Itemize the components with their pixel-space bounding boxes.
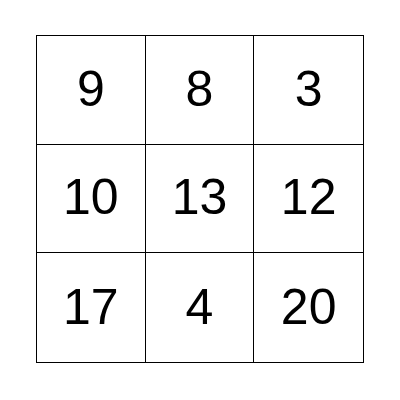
grid-cell-r2c0[interactable]: 17 [37, 253, 146, 362]
cell-number: 13 [172, 172, 228, 222]
grid-cell-r0c1[interactable]: 8 [146, 36, 255, 145]
grid-cell-r2c2[interactable]: 20 [254, 253, 363, 362]
cell-number: 17 [63, 282, 119, 332]
cell-number: 10 [63, 172, 119, 222]
cell-number: 8 [186, 64, 214, 114]
number-grid-board: 9 8 3 10 13 12 17 4 20 [36, 35, 364, 363]
grid-cell-r0c0[interactable]: 9 [37, 36, 146, 145]
cell-number: 12 [281, 172, 337, 222]
grid-cell-r1c2[interactable]: 12 [254, 145, 363, 254]
grid-cell-r0c2[interactable]: 3 [254, 36, 363, 145]
cell-number: 4 [186, 282, 214, 332]
cell-number: 3 [295, 64, 323, 114]
cell-number: 9 [77, 64, 105, 114]
cell-number: 20 [281, 282, 337, 332]
grid-cell-r1c1[interactable]: 13 [146, 145, 255, 254]
grid-cell-r2c1[interactable]: 4 [146, 253, 255, 362]
grid-cell-r1c0[interactable]: 10 [37, 145, 146, 254]
